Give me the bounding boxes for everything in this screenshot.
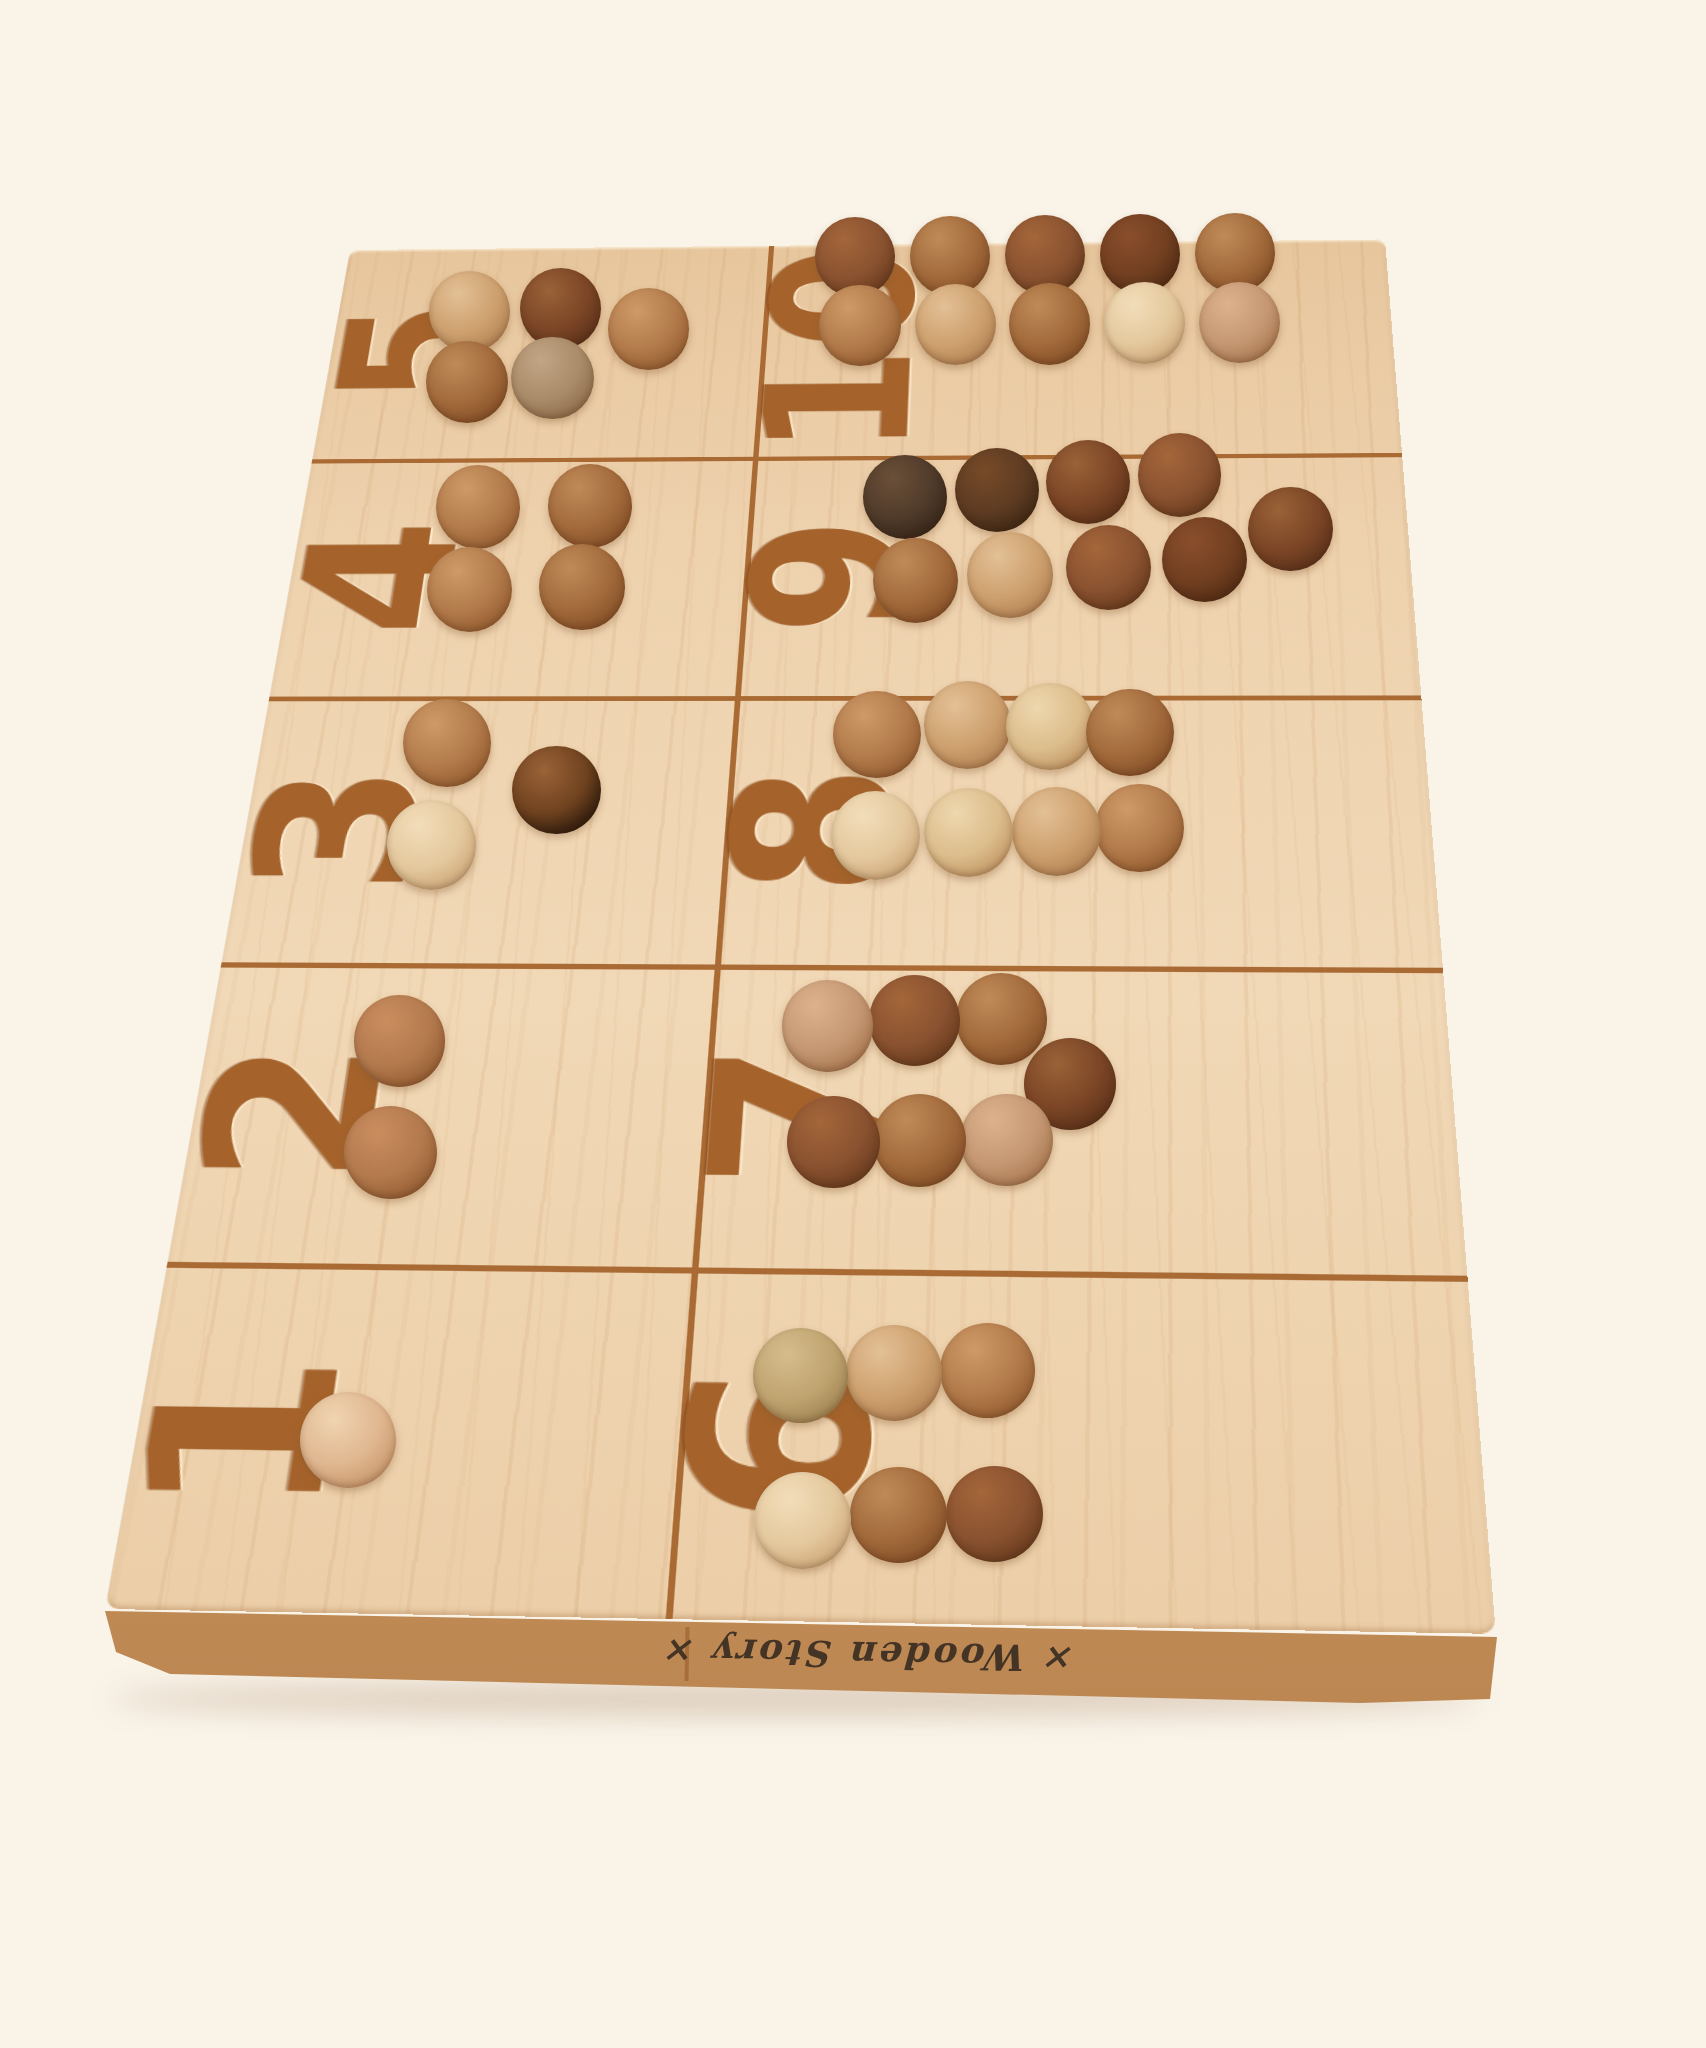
ball-section-9[interactable] bbox=[1138, 433, 1222, 517]
ball-section-7[interactable] bbox=[869, 975, 960, 1066]
ball-section-9[interactable] bbox=[1248, 487, 1333, 572]
ball-section-10[interactable] bbox=[915, 284, 996, 365]
ball-section-8[interactable] bbox=[831, 791, 920, 880]
ball-section-9[interactable] bbox=[1046, 440, 1130, 524]
ball-section-4[interactable] bbox=[548, 464, 632, 548]
ball-section-3[interactable] bbox=[403, 699, 491, 787]
ball-section-10[interactable] bbox=[819, 285, 900, 366]
ball-section-9[interactable] bbox=[1066, 525, 1151, 610]
ball-section-9[interactable] bbox=[967, 532, 1052, 617]
ball-section-8[interactable] bbox=[924, 681, 1012, 769]
ball-section-4[interactable] bbox=[427, 547, 513, 633]
ball-section-5[interactable] bbox=[429, 271, 510, 352]
ball-section-8[interactable] bbox=[1086, 689, 1174, 777]
balls-layer bbox=[0, 0, 1706, 2048]
ball-section-9[interactable] bbox=[873, 538, 959, 624]
ball-section-2[interactable] bbox=[354, 995, 446, 1087]
ball-section-6[interactable] bbox=[846, 1325, 942, 1421]
ball-section-5[interactable] bbox=[426, 341, 508, 423]
ball-section-6[interactable] bbox=[850, 1467, 947, 1564]
ball-section-8[interactable] bbox=[924, 788, 1013, 877]
ball-section-10[interactable] bbox=[1104, 282, 1185, 363]
ball-section-6[interactable] bbox=[946, 1466, 1043, 1563]
photo-scene: 5 10 4 9 3 8 2 7 1 6 × Wooden Story × bbox=[0, 0, 1706, 2048]
ball-section-3[interactable] bbox=[512, 746, 600, 834]
ball-section-9[interactable] bbox=[955, 448, 1039, 532]
ball-section-1[interactable] bbox=[300, 1392, 396, 1488]
ball-section-7[interactable] bbox=[956, 973, 1047, 1064]
ball-section-6[interactable] bbox=[754, 1472, 851, 1569]
ball-section-4[interactable] bbox=[436, 465, 520, 549]
ball-section-4[interactable] bbox=[539, 544, 625, 630]
ball-section-8[interactable] bbox=[1095, 784, 1184, 873]
ball-section-7[interactable] bbox=[873, 1094, 966, 1187]
ball-section-7[interactable] bbox=[787, 1096, 880, 1189]
ball-section-9[interactable] bbox=[1162, 517, 1247, 602]
ball-section-7[interactable] bbox=[960, 1094, 1053, 1187]
ball-section-8[interactable] bbox=[1012, 787, 1101, 876]
ball-section-5[interactable] bbox=[511, 337, 593, 419]
ball-section-5[interactable] bbox=[608, 288, 689, 369]
ball-section-10[interactable] bbox=[1199, 282, 1280, 363]
ball-section-8[interactable] bbox=[833, 691, 921, 779]
ball-section-2[interactable] bbox=[344, 1106, 437, 1199]
ball-section-10[interactable] bbox=[1009, 283, 1090, 364]
ball-section-6[interactable] bbox=[753, 1328, 849, 1424]
ball-section-8[interactable] bbox=[1006, 683, 1094, 771]
ball-section-6[interactable] bbox=[940, 1323, 1035, 1418]
ball-section-3[interactable] bbox=[387, 800, 476, 889]
ball-section-7[interactable] bbox=[782, 980, 874, 1072]
ball-section-9[interactable] bbox=[863, 455, 947, 539]
